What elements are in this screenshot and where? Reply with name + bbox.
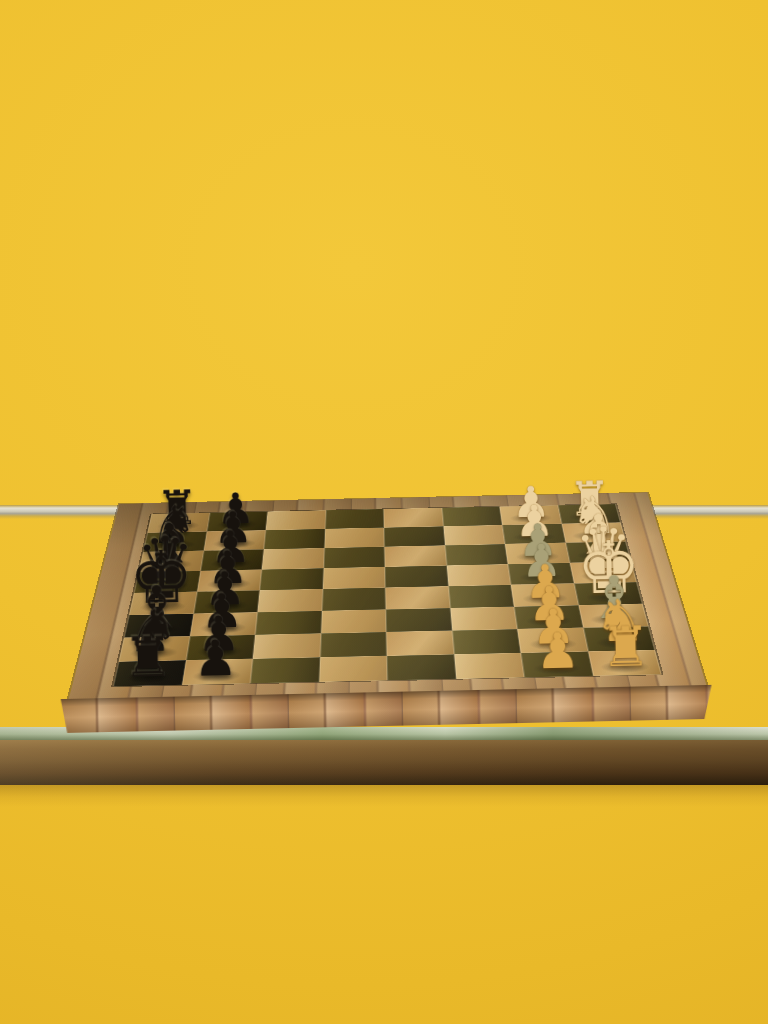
square-g4[interactable] [386, 631, 454, 656]
square-b3[interactable] [443, 525, 505, 545]
piece-black-pawn-h7[interactable]: ♟ [193, 635, 238, 681]
square-d4[interactable] [385, 565, 448, 587]
square-b5[interactable] [324, 527, 384, 548]
square-g3[interactable] [452, 629, 521, 654]
chessboard-assembly: ♜♟♟♜♞♟♟♞♝♟♟♝♛♟♟♛♚♟♟♚♝♟♟♝♞♟♟♞♜♟♟♜ [0, 0, 768, 1024]
square-a3[interactable] [442, 506, 503, 526]
square-d5[interactable] [322, 567, 385, 589]
chessboard-grid: ♜♟♟♜♞♟♟♞♝♟♟♝♛♟♟♛♚♟♟♚♝♟♟♝♞♟♟♞♜♟♟♜ [113, 504, 661, 686]
square-g6[interactable] [253, 633, 321, 658]
square-e3[interactable] [448, 585, 514, 608]
square-f5[interactable] [321, 609, 387, 633]
square-d3[interactable] [446, 564, 511, 586]
square-h4[interactable] [387, 654, 456, 680]
square-h1[interactable]: ♜ [588, 650, 662, 676]
square-f6[interactable] [255, 611, 321, 635]
square-e5[interactable] [322, 588, 386, 611]
square-h2[interactable]: ♟ [521, 651, 593, 677]
square-a5[interactable] [325, 509, 384, 529]
horn-chessboard: ♜♟♟♜♞♟♟♞♝♟♟♝♛♟♟♛♚♟♟♚♝♟♟♝♞♟♟♞♜♟♟♜ [68, 492, 708, 703]
square-e4[interactable] [385, 586, 450, 609]
square-c3[interactable] [445, 544, 508, 565]
piece-white-pawn-h2[interactable]: ♟ [535, 628, 580, 674]
piece-white-rook-h1[interactable]: ♜ [601, 621, 651, 673]
square-a6[interactable] [266, 510, 326, 530]
square-h8[interactable]: ♜ [113, 660, 186, 686]
square-a4[interactable] [384, 508, 444, 528]
square-c6[interactable] [262, 548, 324, 569]
square-h7[interactable]: ♟ [182, 659, 253, 685]
square-d6[interactable] [260, 568, 324, 590]
square-g5[interactable] [320, 632, 387, 657]
square-h5[interactable] [319, 656, 388, 682]
square-h6[interactable] [250, 657, 320, 683]
piece-black-rook-h8[interactable]: ♜ [122, 631, 172, 683]
square-c5[interactable] [323, 547, 385, 568]
square-b6[interactable] [264, 529, 325, 550]
square-f4[interactable] [386, 608, 452, 632]
square-b4[interactable] [384, 526, 445, 547]
square-h3[interactable] [454, 653, 525, 679]
square-c4[interactable] [384, 545, 446, 566]
scene-yellow-backdrop: ♜♟♟♜♞♟♟♞♝♟♟♝♛♟♟♛♚♟♟♚♝♟♟♝♞♟♟♞♜♟♟♜ [0, 0, 768, 1024]
square-f3[interactable] [450, 607, 517, 631]
square-e6[interactable] [257, 589, 322, 612]
